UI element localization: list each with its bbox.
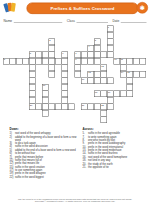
- grid-cell[interactable]: [127, 91, 134, 98]
- clue-number: 9: [75, 59, 76, 61]
- grid-cell[interactable]: [107, 104, 114, 111]
- clue-number: 14: [121, 72, 124, 74]
- clue-number: 3: [95, 39, 96, 41]
- date-input-line[interactable]: [121, 19, 147, 23]
- down-clues-list: 1)root word of the word unhappy2)added t…: [10, 132, 77, 179]
- clue-number: 1: [108, 26, 109, 28]
- class-input-line[interactable]: [76, 19, 107, 23]
- clue-number: 15: [127, 72, 130, 74]
- orange-circle-mascot-icon: ✱: [137, 2, 149, 14]
- clue-number: 20: [30, 104, 33, 106]
- clue-number: 10: [114, 59, 117, 61]
- grid-cell[interactable]: [68, 104, 75, 111]
- clue-item: 2)added to the beginning of a base word …: [10, 135, 77, 141]
- logo-book-yellow: [11, 3, 16, 12]
- across-clues-column: Across: 5.suffix in the word agreeable7.…: [83, 127, 148, 179]
- clue-number: 8: [4, 59, 5, 61]
- across-header: Across:: [83, 127, 148, 131]
- student-fields: Name Class Date: [4, 19, 147, 23]
- grid-cell[interactable]: [140, 71, 147, 78]
- across-clues-list: 5.suffix in the word agreeable7.to write…: [83, 132, 148, 169]
- page-title: Prefixes & Suffixes Crossword: [50, 6, 114, 11]
- clue-item-text: added to the beginning of a base word to…: [15, 135, 77, 141]
- name-label: Name: [4, 19, 13, 23]
- down-header: Down:: [10, 127, 77, 131]
- crossword-grid: 12345678910111213141516171819202122: [3, 26, 146, 124]
- clue-number: 19: [108, 91, 111, 93]
- clue-number: 2: [49, 39, 50, 41]
- date-label: Date: [112, 19, 119, 23]
- grid-cell[interactable]: [42, 110, 49, 117]
- clue-number: 7: [75, 52, 76, 54]
- grid-cell[interactable]: [49, 71, 56, 78]
- clue-item: 21.the opposite of tie: [83, 165, 148, 168]
- down-clues-column: Down: 1)root word of the word unhappy2)a…: [10, 127, 77, 179]
- clue-number: 4: [88, 46, 89, 48]
- name-input-line[interactable]: [14, 19, 63, 23]
- footer-line-2: Copyright © Worksheet Library. All right…: [15, 200, 135, 203]
- worksheet-page: Prefixes & Suffixes Crossword ✱ Name Cla…: [0, 0, 150, 210]
- clue-number: 5: [30, 52, 31, 54]
- grid-cell[interactable]: [140, 58, 147, 65]
- clue-item-text: the opposite of tie: [88, 165, 148, 168]
- class-label: Class: [67, 19, 75, 23]
- grid-cell[interactable]: [101, 117, 108, 124]
- clue-number: 21: [82, 104, 85, 106]
- clue-number: 12: [101, 65, 104, 67]
- clue-item-text: suffix in the word biggest: [15, 175, 77, 178]
- footer-text: Use the clues to fill in the crossword p…: [15, 198, 135, 204]
- clue-number: 18: [95, 91, 98, 93]
- clue-number: 17: [43, 85, 46, 87]
- title-banner: Prefixes & Suffixes Crossword: [27, 3, 139, 15]
- clue-section: Down: 1)root word of the word unhappy2)a…: [10, 127, 148, 179]
- clue-number: 6: [62, 52, 63, 54]
- grid-cell[interactable]: [107, 78, 114, 85]
- clue-number: 11: [121, 59, 123, 61]
- clue-number: 13: [88, 72, 91, 74]
- badge-glyph: ✱: [140, 4, 145, 11]
- stacked-books-logo: [4, 2, 16, 14]
- clue-number: 16: [82, 78, 85, 80]
- clue-item: 22)suffix in the word biggest: [10, 175, 77, 178]
- clue-number: 22: [101, 104, 104, 106]
